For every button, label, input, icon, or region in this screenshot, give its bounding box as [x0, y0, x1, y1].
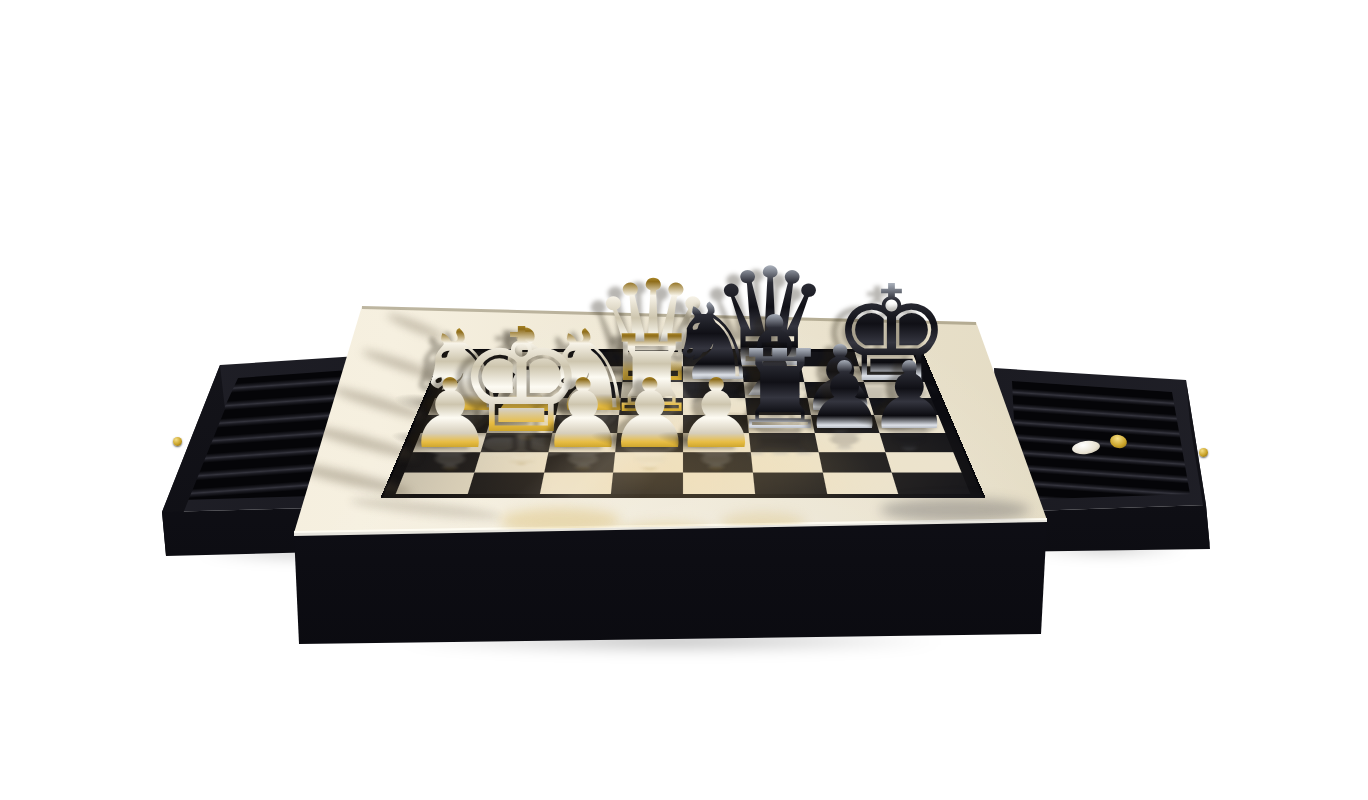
captured-white-piece[interactable] [1071, 439, 1100, 455]
gold-reflection-smear [500, 508, 620, 534]
box-ground-shadow [300, 626, 1040, 656]
cast-shadow [350, 494, 501, 523]
cast-shadow [386, 311, 447, 343]
captured-gold-piece[interactable] [1109, 433, 1129, 450]
left-drawer-knob[interactable] [173, 437, 182, 446]
right-drawer-knob[interactable] [1199, 448, 1208, 457]
board-gloss-sheen [383, 350, 983, 498]
cast-shadow [331, 384, 430, 424]
chess-set-product-photo: ♛♛♞♞♝♝♞♞♜♜♚♚♟♟♟♟♟♟♟♟♛♛♞♞♚♚♝♝♟♟♜♜♟♟♟♟ [0, 0, 1368, 800]
right-drawer-ground-shadow [1000, 538, 1215, 558]
cast-shadow [361, 347, 444, 384]
chessboard [383, 350, 983, 498]
left-drawer-ground-shadow [160, 542, 445, 562]
gold-reflection-smear [720, 512, 805, 534]
gold-reflection-smear [615, 522, 715, 546]
dark-reflection-smear [880, 498, 1030, 522]
